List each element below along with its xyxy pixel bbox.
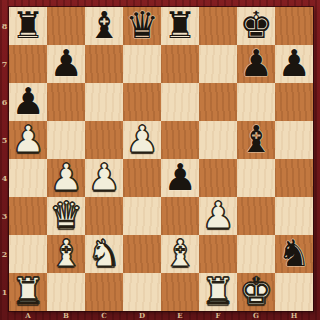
piece-white-pawn-c4[interactable]: ♟ xyxy=(87,159,120,196)
square-f7[interactable] xyxy=(199,45,237,83)
square-h5[interactable] xyxy=(275,121,313,159)
square-g4[interactable] xyxy=(237,159,275,197)
rank-label-5: 5 xyxy=(0,121,9,159)
square-d4[interactable] xyxy=(123,159,161,197)
piece-black-rook-e8[interactable]: ♜ xyxy=(163,7,196,44)
square-f4[interactable] xyxy=(199,159,237,197)
square-c7[interactable] xyxy=(85,45,123,83)
square-c3[interactable] xyxy=(85,197,123,235)
square-a7[interactable] xyxy=(9,45,47,83)
piece-white-pawn-d5[interactable]: ♟ xyxy=(125,121,158,158)
file-label-e: E xyxy=(161,311,199,320)
piece-white-pawn-f3[interactable]: ♟ xyxy=(201,197,234,234)
piece-black-knight-h2[interactable]: ♞ xyxy=(277,235,310,272)
square-b7[interactable]: ♟ xyxy=(47,45,85,83)
piece-black-pawn-a6[interactable]: ♟ xyxy=(11,83,44,120)
square-f1[interactable]: ♜ xyxy=(199,273,237,311)
square-b6[interactable] xyxy=(47,83,85,121)
rank-label-1: 1 xyxy=(0,273,9,311)
square-g1[interactable]: ♚ xyxy=(237,273,275,311)
square-h3[interactable] xyxy=(275,197,313,235)
square-g7[interactable]: ♟ xyxy=(237,45,275,83)
file-label-h: H xyxy=(275,311,313,320)
piece-white-queen-b3[interactable]: ♛ xyxy=(49,197,82,234)
square-e7[interactable] xyxy=(161,45,199,83)
file-label-g: G xyxy=(237,311,275,320)
rank-label-4: 4 xyxy=(0,159,9,197)
square-g3[interactable] xyxy=(237,197,275,235)
square-f8[interactable] xyxy=(199,7,237,45)
square-b1[interactable] xyxy=(47,273,85,311)
file-label-d: D xyxy=(123,311,161,320)
square-d2[interactable] xyxy=(123,235,161,273)
file-label-a: A xyxy=(9,311,47,320)
square-a1[interactable]: ♜ xyxy=(9,273,47,311)
piece-white-knight-c2[interactable]: ♞ xyxy=(87,235,120,272)
piece-black-bishop-c8[interactable]: ♝ xyxy=(87,7,120,44)
square-c5[interactable] xyxy=(85,121,123,159)
square-f3[interactable]: ♟ xyxy=(199,197,237,235)
square-c1[interactable] xyxy=(85,273,123,311)
square-e5[interactable] xyxy=(161,121,199,159)
square-d8[interactable]: ♛ xyxy=(123,7,161,45)
file-label-f: F xyxy=(199,311,237,320)
square-c8[interactable]: ♝ xyxy=(85,7,123,45)
chess-board-frame: 87654321 ♜♝♛♜♚♟♟♟♟♟♟♝♟♟♟♛♟♝♞♝♞♜♜♚ ABCDEF… xyxy=(0,0,320,320)
square-h8[interactable] xyxy=(275,7,313,45)
square-g5[interactable]: ♝ xyxy=(237,121,275,159)
square-e4[interactable]: ♟ xyxy=(161,159,199,197)
square-g8[interactable]: ♚ xyxy=(237,7,275,45)
square-a2[interactable] xyxy=(9,235,47,273)
rank-label-2: 2 xyxy=(0,235,9,273)
piece-white-rook-a1[interactable]: ♜ xyxy=(11,273,44,310)
rank-label-6: 6 xyxy=(0,83,9,121)
square-e3[interactable] xyxy=(161,197,199,235)
square-a4[interactable] xyxy=(9,159,47,197)
square-b5[interactable] xyxy=(47,121,85,159)
square-a3[interactable] xyxy=(9,197,47,235)
square-g6[interactable] xyxy=(237,83,275,121)
square-e8[interactable]: ♜ xyxy=(161,7,199,45)
square-a5[interactable]: ♟ xyxy=(9,121,47,159)
piece-black-pawn-b7[interactable]: ♟ xyxy=(49,45,82,82)
square-e6[interactable] xyxy=(161,83,199,121)
square-h6[interactable] xyxy=(275,83,313,121)
square-a8[interactable]: ♜ xyxy=(9,7,47,45)
square-d5[interactable]: ♟ xyxy=(123,121,161,159)
piece-black-queen-d8[interactable]: ♛ xyxy=(125,7,158,44)
square-a6[interactable]: ♟ xyxy=(9,83,47,121)
piece-white-bishop-e2[interactable]: ♝ xyxy=(163,235,196,272)
square-b2[interactable]: ♝ xyxy=(47,235,85,273)
piece-white-rook-f1[interactable]: ♜ xyxy=(201,273,234,310)
square-d6[interactable] xyxy=(123,83,161,121)
file-labels: ABCDEFGH xyxy=(9,311,313,320)
square-e2[interactable]: ♝ xyxy=(161,235,199,273)
square-c4[interactable]: ♟ xyxy=(85,159,123,197)
rank-label-8: 8 xyxy=(0,7,9,45)
square-d1[interactable] xyxy=(123,273,161,311)
rank-label-7: 7 xyxy=(0,45,9,83)
square-d3[interactable] xyxy=(123,197,161,235)
square-f5[interactable] xyxy=(199,121,237,159)
file-label-b: B xyxy=(47,311,85,320)
piece-black-pawn-g7[interactable]: ♟ xyxy=(239,45,272,82)
piece-white-pawn-a5[interactable]: ♟ xyxy=(11,121,44,158)
piece-black-rook-a8[interactable]: ♜ xyxy=(11,7,44,44)
square-c6[interactable] xyxy=(85,83,123,121)
square-b3[interactable]: ♛ xyxy=(47,197,85,235)
file-label-c: C xyxy=(85,311,123,320)
chess-board: ♜♝♛♜♚♟♟♟♟♟♟♝♟♟♟♛♟♝♞♝♞♜♜♚ xyxy=(9,7,313,311)
piece-white-pawn-b4[interactable]: ♟ xyxy=(49,159,82,196)
square-h4[interactable] xyxy=(275,159,313,197)
square-f2[interactable] xyxy=(199,235,237,273)
square-b4[interactable]: ♟ xyxy=(47,159,85,197)
rank-label-3: 3 xyxy=(0,197,9,235)
square-d7[interactable] xyxy=(123,45,161,83)
square-h7[interactable]: ♟ xyxy=(275,45,313,83)
square-g2[interactable] xyxy=(237,235,275,273)
piece-white-king-g1[interactable]: ♚ xyxy=(239,273,272,310)
square-e1[interactable] xyxy=(161,273,199,311)
piece-black-king-g8[interactable]: ♚ xyxy=(239,7,272,44)
square-b8[interactable] xyxy=(47,7,85,45)
piece-black-pawn-h7[interactable]: ♟ xyxy=(277,45,310,82)
rank-labels: 87654321 xyxy=(0,7,9,311)
piece-black-bishop-g5[interactable]: ♝ xyxy=(239,121,272,158)
square-h1[interactable] xyxy=(275,273,313,311)
square-f6[interactable] xyxy=(199,83,237,121)
piece-black-pawn-e4[interactable]: ♟ xyxy=(163,159,196,196)
square-h2[interactable]: ♞ xyxy=(275,235,313,273)
square-c2[interactable]: ♞ xyxy=(85,235,123,273)
piece-white-bishop-b2[interactable]: ♝ xyxy=(49,235,82,272)
